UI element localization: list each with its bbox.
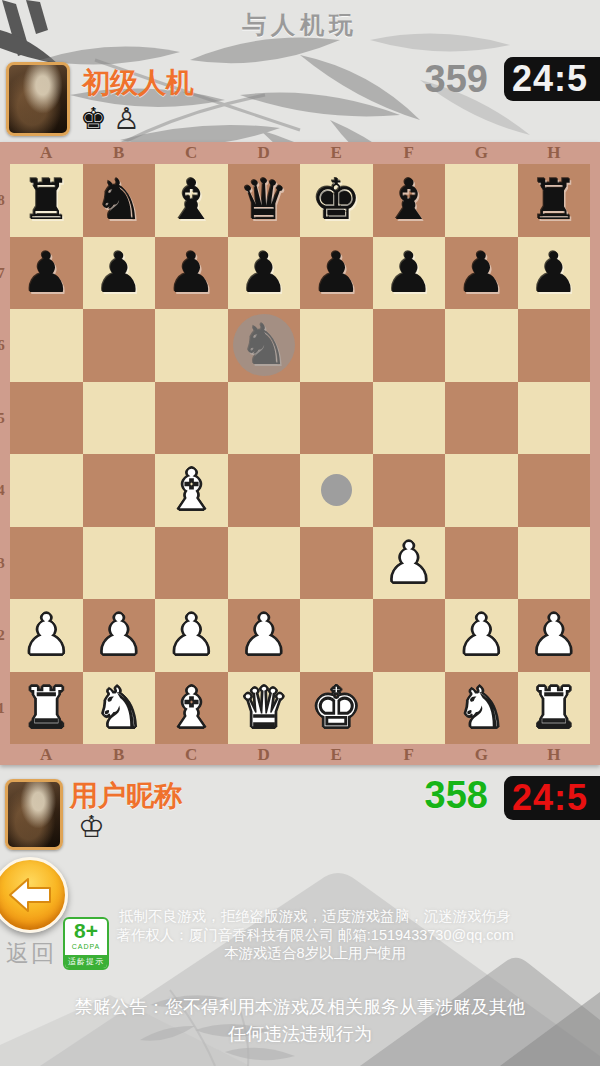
rank-label-2: 2 bbox=[0, 599, 8, 672]
square-f5[interactable] bbox=[373, 382, 446, 455]
file-label-h: H bbox=[518, 142, 591, 164]
piece-white-king[interactable]: ♚ bbox=[311, 680, 361, 736]
square-a8[interactable]: ♜ bbox=[10, 164, 83, 237]
piece-white-queen[interactable]: ♛ bbox=[239, 680, 289, 736]
player-timer: 24:5 bbox=[504, 776, 600, 820]
square-d2[interactable]: ♟ bbox=[228, 599, 301, 672]
file-label-h: H bbox=[518, 744, 591, 765]
white-king-side-icon: ♔ bbox=[78, 809, 111, 844]
square-e5[interactable] bbox=[300, 382, 373, 455]
piece-black-bishop[interactable]: ♝ bbox=[384, 172, 434, 228]
piece-black-knight[interactable]: ♞ bbox=[94, 172, 144, 228]
square-h1[interactable]: ♜ bbox=[518, 672, 591, 745]
square-h6[interactable] bbox=[518, 309, 591, 382]
square-d4[interactable] bbox=[228, 454, 301, 527]
square-a6[interactable] bbox=[10, 309, 83, 382]
square-h5[interactable] bbox=[518, 382, 591, 455]
square-c5[interactable] bbox=[155, 382, 228, 455]
last-move-from-marker bbox=[321, 474, 352, 506]
piece-white-pawn[interactable]: ♟ bbox=[166, 607, 216, 663]
gambling-notice-line: 禁赌公告：您不得利用本游戏及相关服务从事涉赌及其他 bbox=[20, 994, 580, 1021]
piece-white-bishop[interactable]: ♝ bbox=[166, 680, 216, 736]
rank-label-8: 8 bbox=[0, 164, 8, 237]
publisher-line: 抵制不良游戏，拒绝盗版游戏，适度游戏益脑，沉迷游戏伤身 bbox=[70, 907, 560, 926]
piece-white-pawn[interactable]: ♟ bbox=[239, 607, 289, 663]
piece-white-pawn[interactable]: ♟ bbox=[21, 607, 71, 663]
piece-white-bishop[interactable]: ♝ bbox=[166, 462, 216, 518]
square-f1[interactable] bbox=[373, 672, 446, 745]
square-c7[interactable]: ♟ bbox=[155, 237, 228, 310]
square-b3[interactable] bbox=[83, 527, 156, 600]
square-e2[interactable] bbox=[300, 599, 373, 672]
square-c6[interactable] bbox=[155, 309, 228, 382]
piece-black-pawn[interactable]: ♟ bbox=[529, 245, 579, 301]
piece-white-pawn[interactable]: ♟ bbox=[529, 607, 579, 663]
square-f6[interactable] bbox=[373, 309, 446, 382]
square-c1[interactable]: ♝ bbox=[155, 672, 228, 745]
square-d8[interactable]: ♛ bbox=[228, 164, 301, 237]
piece-white-rook[interactable]: ♜ bbox=[529, 680, 579, 736]
rank-label-5: 5 bbox=[0, 382, 8, 455]
square-d6[interactable]: ♞ bbox=[228, 309, 301, 382]
square-b2[interactable]: ♟ bbox=[83, 599, 156, 672]
board-squares: ♜♞♝♛♚♝♜♟♟♟♟♟♟♟♟♞♝♟♟♟♟♟♟♟♜♞♝♛♚♞♜ bbox=[10, 164, 590, 744]
rank-label-3: 3 bbox=[0, 527, 8, 600]
square-c4[interactable]: ♝ bbox=[155, 454, 228, 527]
opponent-score: 359 bbox=[425, 58, 488, 101]
square-e8[interactable]: ♚ bbox=[300, 164, 373, 237]
square-c2[interactable]: ♟ bbox=[155, 599, 228, 672]
file-label-b: B bbox=[83, 142, 156, 164]
player-side-icon: ♔ bbox=[78, 810, 111, 844]
square-g3[interactable] bbox=[445, 527, 518, 600]
opponent-avatar bbox=[6, 62, 70, 136]
piece-black-pawn[interactable]: ♟ bbox=[21, 245, 71, 301]
square-e1[interactable]: ♚ bbox=[300, 672, 373, 745]
square-a3[interactable] bbox=[10, 527, 83, 600]
square-e4[interactable] bbox=[300, 454, 373, 527]
square-f4[interactable] bbox=[373, 454, 446, 527]
file-label-f: F bbox=[373, 142, 446, 164]
square-g8[interactable] bbox=[445, 164, 518, 237]
piece-black-pawn[interactable]: ♟ bbox=[239, 245, 289, 301]
square-a4[interactable] bbox=[10, 454, 83, 527]
piece-black-bishop[interactable]: ♝ bbox=[166, 172, 216, 228]
opponent-timer: 24:5 bbox=[504, 57, 600, 101]
square-d3[interactable] bbox=[228, 527, 301, 600]
player-score: 358 bbox=[425, 774, 488, 817]
square-c8[interactable]: ♝ bbox=[155, 164, 228, 237]
square-b6[interactable] bbox=[83, 309, 156, 382]
square-g2[interactable]: ♟ bbox=[445, 599, 518, 672]
rank-label-6: 6 bbox=[0, 309, 8, 382]
square-d1[interactable]: ♛ bbox=[228, 672, 301, 745]
file-label-g: G bbox=[445, 744, 518, 765]
square-e7[interactable]: ♟ bbox=[300, 237, 373, 310]
file-label-a: A bbox=[10, 744, 83, 765]
file-label-a: A bbox=[10, 142, 83, 164]
black-king-side-icon: ♚ bbox=[80, 101, 113, 136]
player-avatar bbox=[5, 779, 63, 850]
file-label-e: E bbox=[300, 142, 373, 164]
piece-black-queen[interactable]: ♛ bbox=[239, 172, 289, 228]
piece-white-knight[interactable]: ♞ bbox=[94, 680, 144, 736]
square-e6[interactable] bbox=[300, 309, 373, 382]
opponent-side-and-captures: ♚♙ bbox=[80, 102, 146, 136]
square-g4[interactable] bbox=[445, 454, 518, 527]
square-g6[interactable] bbox=[445, 309, 518, 382]
file-label-c: C bbox=[155, 142, 228, 164]
square-a5[interactable] bbox=[10, 382, 83, 455]
piece-white-rook[interactable]: ♜ bbox=[21, 680, 71, 736]
piece-black-pawn[interactable]: ♟ bbox=[384, 245, 434, 301]
square-a1[interactable]: ♜ bbox=[10, 672, 83, 745]
square-h2[interactable]: ♟ bbox=[518, 599, 591, 672]
page-title: 与人机玩 bbox=[0, 9, 600, 41]
publisher-info: 抵制不良游戏，拒绝盗版游戏，适度游戏益脑，沉迷游戏伤身 著作权人：厦门音香科技有… bbox=[70, 907, 560, 963]
chess-board[interactable]: ABCDEFGH 87654321 ♜♞♝♛♚♝♜♟♟♟♟♟♟♟♟♞♝♟♟♟♟♟… bbox=[0, 142, 600, 765]
gambling-notice: 禁赌公告：您不得利用本游戏及相关服务从事涉赌及其他 任何违法违规行为 bbox=[20, 994, 580, 1048]
square-g1[interactable]: ♞ bbox=[445, 672, 518, 745]
file-labels-bottom: ABCDEFGH bbox=[10, 744, 590, 765]
publisher-line: 著作权人：厦门音香科技有限公司 邮箱:1519433730@qq.com bbox=[70, 926, 560, 945]
app-screen: 与人机玩 初级人机 ♚♙ 359 24:5 ABCDEFGH 87654321 … bbox=[0, 0, 600, 1066]
piece-white-pawn[interactable]: ♟ bbox=[94, 607, 144, 663]
square-h7[interactable]: ♟ bbox=[518, 237, 591, 310]
square-f7[interactable]: ♟ bbox=[373, 237, 446, 310]
piece-black-pawn[interactable]: ♟ bbox=[166, 245, 216, 301]
piece-black-rook[interactable]: ♜ bbox=[529, 172, 579, 228]
square-f2[interactable] bbox=[373, 599, 446, 672]
square-c3[interactable] bbox=[155, 527, 228, 600]
piece-black-rook[interactable]: ♜ bbox=[21, 172, 71, 228]
captured-white-pawn-icon: ♙ bbox=[113, 101, 146, 136]
square-g5[interactable] bbox=[445, 382, 518, 455]
square-b4[interactable] bbox=[83, 454, 156, 527]
piece-black-pawn[interactable]: ♟ bbox=[311, 245, 361, 301]
opponent-name: 初级人机 bbox=[82, 64, 194, 102]
file-label-d: D bbox=[228, 142, 301, 164]
square-h8[interactable]: ♜ bbox=[518, 164, 591, 237]
rank-label-7: 7 bbox=[0, 237, 8, 310]
publisher-line: 本游戏适合8岁以上用户使用 bbox=[70, 944, 560, 963]
back-button-label: 返回 bbox=[0, 938, 62, 969]
piece-black-pawn[interactable]: ♟ bbox=[456, 245, 506, 301]
piece-black-pawn[interactable]: ♟ bbox=[94, 245, 144, 301]
square-a2[interactable]: ♟ bbox=[10, 599, 83, 672]
square-h4[interactable] bbox=[518, 454, 591, 527]
square-b5[interactable] bbox=[83, 382, 156, 455]
file-label-b: B bbox=[83, 744, 156, 765]
file-label-d: D bbox=[228, 744, 301, 765]
file-label-c: C bbox=[155, 744, 228, 765]
file-label-e: E bbox=[300, 744, 373, 765]
piece-white-knight[interactable]: ♞ bbox=[456, 680, 506, 736]
rank-labels-left: 87654321 bbox=[0, 164, 8, 744]
square-h3[interactable] bbox=[518, 527, 591, 600]
piece-white-pawn[interactable]: ♟ bbox=[456, 607, 506, 663]
square-d7[interactable]: ♟ bbox=[228, 237, 301, 310]
square-d5[interactable] bbox=[228, 382, 301, 455]
rank-label-4: 4 bbox=[0, 454, 8, 527]
square-b8[interactable]: ♞ bbox=[83, 164, 156, 237]
back-arrow-icon bbox=[8, 877, 52, 913]
piece-white-pawn[interactable]: ♟ bbox=[384, 535, 434, 591]
piece-black-king[interactable]: ♚ bbox=[311, 172, 361, 228]
square-b1[interactable]: ♞ bbox=[83, 672, 156, 745]
square-e3[interactable] bbox=[300, 527, 373, 600]
square-f8[interactable]: ♝ bbox=[373, 164, 446, 237]
gambling-notice-line: 任何违法违规行为 bbox=[20, 1021, 580, 1048]
rank-label-1: 1 bbox=[0, 672, 8, 745]
square-g7[interactable]: ♟ bbox=[445, 237, 518, 310]
square-a7[interactable]: ♟ bbox=[10, 237, 83, 310]
last-move-to-highlight bbox=[233, 314, 295, 376]
square-b7[interactable]: ♟ bbox=[83, 237, 156, 310]
file-label-g: G bbox=[445, 142, 518, 164]
square-f3[interactable]: ♟ bbox=[373, 527, 446, 600]
file-label-f: F bbox=[373, 744, 446, 765]
file-labels-top: ABCDEFGH bbox=[10, 142, 590, 164]
